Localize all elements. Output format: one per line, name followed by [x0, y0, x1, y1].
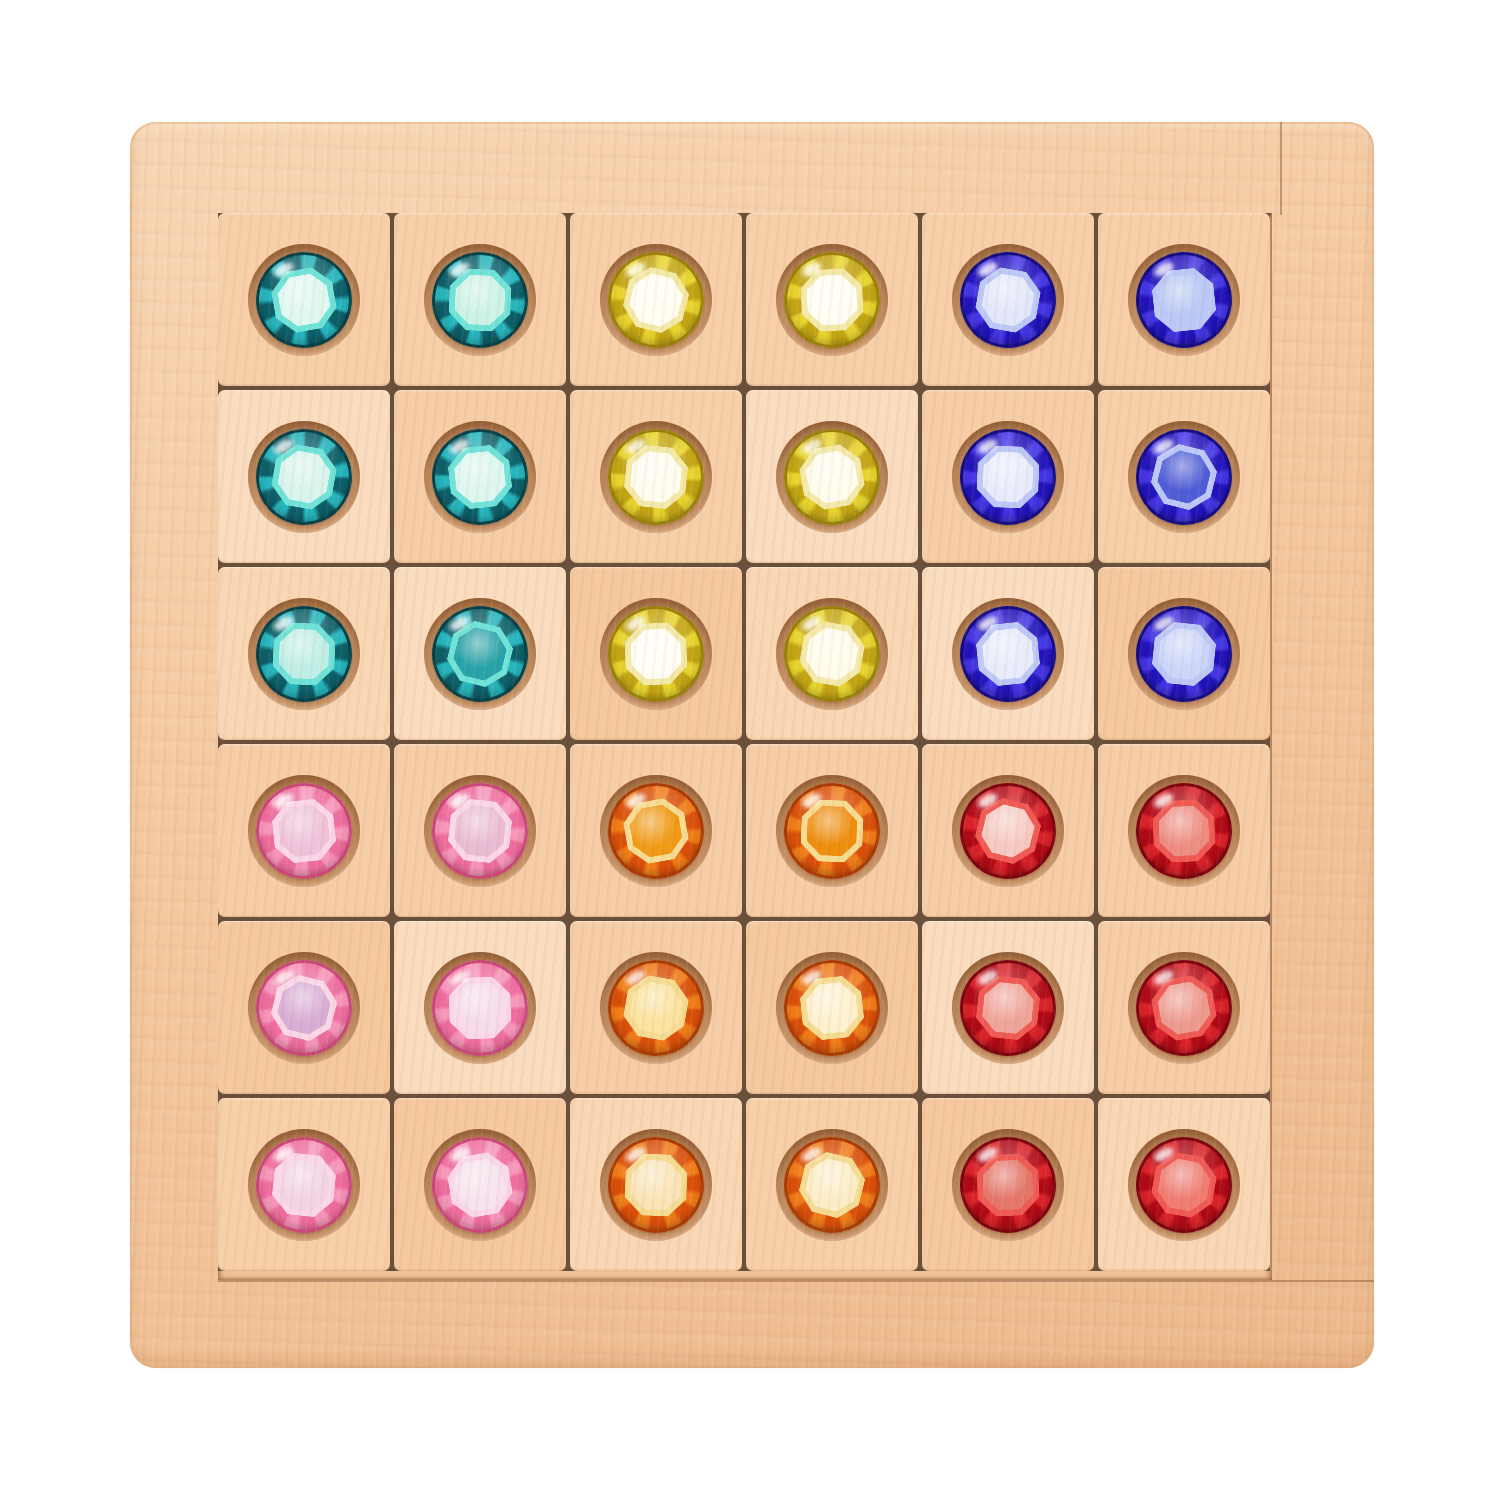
frame-seam-bottom	[218, 1280, 1374, 1282]
gem-facet-octagon	[1148, 972, 1220, 1044]
gem-block-r2c3[interactable]	[570, 390, 742, 563]
gem-block-r6c5[interactable]	[922, 1098, 1094, 1271]
block-hole	[776, 244, 888, 356]
gem-block-r1c1[interactable]	[218, 213, 390, 386]
block-hole	[424, 952, 536, 1064]
gem-table	[277, 1157, 332, 1212]
gem-facet-octagon	[800, 798, 864, 862]
pink-gem	[432, 960, 528, 1056]
gem-table	[451, 1156, 509, 1214]
red-gem	[1136, 783, 1232, 879]
pink-gem	[256, 960, 352, 1056]
gem-facet-octagon	[270, 796, 338, 864]
block-hole	[600, 598, 712, 710]
block-hole	[776, 775, 888, 887]
gem-table	[982, 451, 1034, 503]
gem-block-r1c4[interactable]	[746, 213, 918, 386]
gem-table	[981, 980, 1036, 1035]
pink-gem	[432, 783, 528, 879]
gem-block-r2c4[interactable]	[746, 390, 918, 563]
teal-gem	[432, 429, 528, 525]
block-hole	[600, 421, 712, 533]
gem-facet-octagon	[976, 1152, 1040, 1216]
gem-table	[805, 980, 860, 1035]
gem-facet-octagon	[624, 621, 688, 685]
gem-block-r2c6[interactable]	[1098, 390, 1270, 563]
blue-gem	[1136, 252, 1232, 348]
blue-gem	[960, 606, 1056, 702]
gem-facet-octagon	[1152, 798, 1216, 862]
gem-facet-octagon	[448, 975, 512, 1039]
blue-gem	[960, 429, 1056, 525]
gem-block-r1c5[interactable]	[922, 213, 1094, 386]
block-hole	[600, 1129, 712, 1241]
blue-gem	[1136, 606, 1232, 702]
block-hole	[776, 598, 888, 710]
gem-facet-octagon	[796, 441, 868, 513]
gem-block-r6c6[interactable]	[1098, 1098, 1270, 1271]
gem-table	[982, 1159, 1034, 1211]
block-hole	[248, 244, 360, 356]
orange-gem	[784, 1137, 880, 1233]
gem-block-r4c3[interactable]	[570, 744, 742, 917]
gem-block-r6c1[interactable]	[218, 1098, 390, 1271]
orange-gem	[608, 1137, 704, 1233]
gem-block-r3c3[interactable]	[570, 567, 742, 740]
gem-block-r3c1[interactable]	[218, 567, 390, 740]
gem-facet-octagon	[266, 970, 341, 1045]
block-hole	[1128, 952, 1240, 1064]
block-hole	[248, 421, 360, 533]
gem-facet-octagon	[970, 793, 1045, 868]
yellow-gem	[608, 252, 704, 348]
gem-facet-octagon	[1148, 1149, 1220, 1221]
gem-block-r4c2[interactable]	[394, 744, 566, 917]
red-gem	[960, 783, 1056, 879]
gem-block-r5c6[interactable]	[1098, 921, 1270, 1094]
gem-facet-octagon	[974, 973, 1042, 1041]
red-gem	[1136, 960, 1232, 1056]
gem-table	[630, 628, 682, 680]
gem-block-r3c4[interactable]	[746, 567, 918, 740]
gem-table	[454, 274, 506, 326]
gem-table	[1154, 446, 1215, 507]
teal-gem	[432, 606, 528, 702]
gem-block-r4c5[interactable]	[922, 744, 1094, 917]
yellow-gem	[608, 429, 704, 525]
gem-table	[275, 271, 333, 329]
gem-facet-octagon	[974, 619, 1042, 687]
gem-table	[450, 623, 511, 684]
blue-gem	[1136, 429, 1232, 525]
gem-table	[802, 1154, 863, 1215]
gem-table	[1155, 1156, 1213, 1214]
gem-facet-octagon	[446, 442, 514, 510]
block-hole	[248, 598, 360, 710]
gem-block-r6c3[interactable]	[570, 1098, 742, 1271]
gem-table	[803, 448, 861, 506]
gem-facet-octagon	[1150, 619, 1218, 687]
block-hole	[1128, 598, 1240, 710]
gem-block-r5c5[interactable]	[922, 921, 1094, 1094]
block-hole	[248, 952, 360, 1064]
gem-facet-octagon	[624, 1152, 688, 1216]
gem-table	[806, 805, 858, 857]
gem-block-r6c2[interactable]	[394, 1098, 566, 1271]
block-hole	[952, 1129, 1064, 1241]
block-hole	[424, 775, 536, 887]
gem-block-r2c2[interactable]	[394, 390, 566, 563]
gem-facet-octagon	[972, 264, 1044, 336]
gem-facet-octagon	[618, 262, 693, 337]
gem-block-r4c4[interactable]	[746, 744, 918, 917]
gem-facet-octagon	[268, 441, 340, 513]
red-gem	[960, 1137, 1056, 1233]
gem-facet-octagon	[448, 267, 512, 331]
gem-facet-octagon	[442, 616, 517, 691]
gem-facet-octagon	[796, 618, 868, 690]
gem-block-r1c6[interactable]	[1098, 213, 1270, 386]
gem-table	[981, 626, 1036, 681]
block-hole	[952, 775, 1064, 887]
yellow-gem	[784, 606, 880, 702]
gem-table	[453, 449, 508, 504]
pink-gem	[256, 783, 352, 879]
teal-gem	[256, 606, 352, 702]
gem-table	[978, 800, 1039, 861]
block-hole	[776, 421, 888, 533]
yellow-gem	[784, 429, 880, 525]
block-hole	[424, 598, 536, 710]
gem-facet-octagon	[1146, 439, 1221, 514]
yellow-gem	[784, 252, 880, 348]
gem-block-r6c4[interactable]	[746, 1098, 918, 1271]
gem-block-r1c2[interactable]	[394, 213, 566, 386]
gem-table	[1157, 626, 1212, 681]
gem-facet-octagon	[444, 1149, 516, 1221]
block-hole	[952, 952, 1064, 1064]
gem-table	[1158, 805, 1210, 857]
wooden-board-frame	[130, 122, 1374, 1368]
gem-block-r5c4[interactable]	[746, 921, 918, 1094]
gem-table	[278, 628, 330, 680]
block-hole	[600, 775, 712, 887]
block-hole	[952, 598, 1064, 710]
gem-table	[803, 625, 861, 683]
block-hole	[248, 1129, 360, 1241]
gem-table	[454, 982, 506, 1034]
block-hole	[952, 244, 1064, 356]
photo-background	[0, 0, 1500, 1496]
block-hole	[600, 244, 712, 356]
block-grid	[218, 213, 1270, 1271]
gem-block-r2c1[interactable]	[218, 390, 390, 563]
gem-block-r5c2[interactable]	[394, 921, 566, 1094]
gem-facet-octagon	[268, 264, 340, 336]
block-hole	[1128, 244, 1240, 356]
block-hole	[248, 775, 360, 887]
grid-shell	[218, 213, 1270, 1271]
orange-gem	[784, 783, 880, 879]
gem-block-r1c3[interactable]	[570, 213, 742, 386]
block-hole	[424, 1129, 536, 1241]
teal-gem	[256, 429, 352, 525]
yellow-gem	[608, 606, 704, 702]
gem-facet-octagon	[270, 1150, 338, 1218]
block-hole	[424, 244, 536, 356]
gem-table	[979, 271, 1037, 329]
orange-gem	[608, 960, 704, 1056]
blue-gem	[960, 252, 1056, 348]
gem-block-r5c1[interactable]	[218, 921, 390, 1094]
pink-gem	[432, 1137, 528, 1233]
block-hole	[952, 421, 1064, 533]
gem-facet-octagon	[798, 973, 866, 1041]
gem-block-r3c6[interactable]	[1098, 567, 1270, 740]
gem-table	[274, 977, 335, 1038]
gem-table	[1155, 979, 1213, 1037]
teal-gem	[432, 252, 528, 348]
gem-table	[453, 803, 508, 858]
gem-block-r3c5[interactable]	[922, 567, 1094, 740]
block-hole	[1128, 775, 1240, 887]
gem-table	[806, 274, 858, 326]
gem-facet-octagon	[272, 621, 336, 685]
gem-block-r3c2[interactable]	[394, 567, 566, 740]
gem-table	[627, 802, 685, 860]
block-hole	[600, 952, 712, 1064]
gem-facet-octagon	[622, 442, 690, 510]
gem-table	[1157, 272, 1212, 327]
gem-facet-octagon	[620, 795, 692, 867]
block-hole	[776, 1129, 888, 1241]
gem-block-r2c5[interactable]	[922, 390, 1094, 563]
block-hole	[1128, 421, 1240, 533]
orange-gem	[608, 783, 704, 879]
frame-seam-top-right	[1280, 122, 1282, 215]
gem-table	[277, 803, 332, 858]
gem-block-r4c6[interactable]	[1098, 744, 1270, 917]
gem-facet-octagon	[1150, 265, 1218, 333]
gem-block-r5c3[interactable]	[570, 921, 742, 1094]
gem-table	[275, 448, 333, 506]
red-gem	[1136, 1137, 1232, 1233]
gem-facet-octagon	[800, 267, 864, 331]
gem-table	[629, 449, 684, 504]
gem-table	[626, 269, 687, 330]
teal-gem	[256, 252, 352, 348]
pink-gem	[256, 1137, 352, 1233]
gem-facet-octagon	[446, 796, 514, 864]
block-hole	[424, 421, 536, 533]
gem-table	[630, 1159, 682, 1211]
gem-facet-octagon	[976, 444, 1040, 508]
red-gem	[960, 960, 1056, 1056]
block-hole	[776, 952, 888, 1064]
gem-facet-octagon	[620, 972, 692, 1044]
gem-table	[627, 979, 685, 1037]
orange-gem	[784, 960, 880, 1056]
block-hole	[1128, 1129, 1240, 1241]
board-tray	[218, 213, 1272, 1280]
gem-block-r4c1[interactable]	[218, 744, 390, 917]
gem-facet-octagon	[794, 1147, 869, 1222]
